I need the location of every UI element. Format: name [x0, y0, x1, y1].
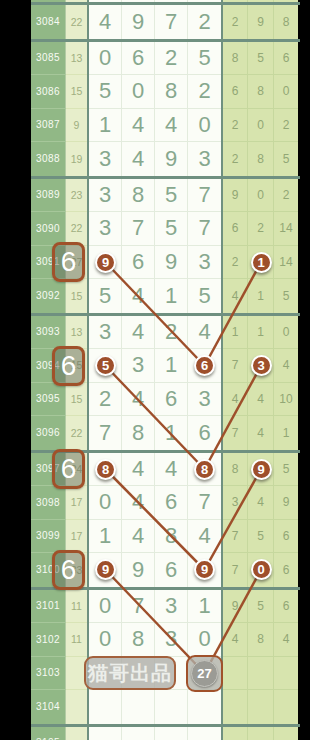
digit-cell: 3 — [155, 623, 188, 657]
stat-cell — [274, 657, 298, 691]
stat-cell: 6 — [274, 553, 298, 587]
digit-cell — [122, 657, 155, 691]
digit-cell: 7 — [122, 212, 155, 246]
digit-cell: 7 — [89, 416, 122, 450]
issue-cell: 3099 — [31, 520, 66, 554]
digit-cell: 4 — [122, 109, 155, 143]
sum-cell: 24 — [66, 453, 87, 487]
digit-cell: 4 — [122, 520, 155, 554]
sum-cell: 19 — [66, 142, 87, 176]
stat-cell: 5 — [274, 142, 298, 176]
digit-cell: 7 — [155, 5, 188, 39]
stat-cell: 1 — [274, 416, 298, 450]
digit-cell: 9 — [188, 553, 221, 587]
issue-cell: 3092 — [31, 279, 66, 313]
issue-cell: 3086 — [31, 75, 66, 109]
issue-cell: 3087 — [31, 109, 66, 143]
stat-cell: 14 — [274, 246, 298, 280]
chart-row: 3101110731956 — [31, 590, 300, 624]
digit-cell — [122, 690, 155, 724]
sum-cell: 27 — [66, 246, 87, 280]
issue-cell: 3094 — [31, 349, 66, 383]
chart-row: 3098170467349 — [31, 486, 300, 520]
stat-cell: 0 — [274, 75, 298, 109]
digit-cell: 1 — [155, 279, 188, 313]
digit-cell: 4 — [122, 279, 155, 313]
digit-cell: 4 — [89, 5, 122, 39]
digit-cell: 4 — [122, 383, 155, 417]
stat-cell: 4 — [223, 623, 248, 657]
digit-cell: 3 — [155, 590, 188, 624]
sum-cell — [66, 657, 87, 691]
digit-cell: 8 — [188, 453, 221, 487]
issue-cell: 3103 — [31, 657, 66, 691]
digit-cell: 2 — [188, 5, 221, 39]
stat-cell: 4 — [248, 416, 274, 450]
digit-cell: 0 — [188, 623, 221, 657]
digit-cell: 0 — [188, 109, 221, 143]
stat-cell: 2 — [223, 142, 248, 176]
digit-cell: 0 — [89, 42, 122, 76]
stat-cell: 5 — [274, 279, 298, 313]
stat-cell: 4 — [223, 383, 248, 417]
chart-row: 3097248448895 — [31, 453, 300, 487]
sum-cell: 17 — [66, 486, 87, 520]
chart-row: 3092155415415 — [31, 279, 300, 313]
digit-cell: 9 — [155, 142, 188, 176]
digit-cell: 0 — [89, 623, 122, 657]
stat-cell — [274, 690, 298, 724]
digit-cell — [188, 0, 221, 2]
stat-cell — [274, 0, 298, 2]
issue-cell: 3093 — [31, 316, 66, 350]
digit-cell: 4 — [122, 142, 155, 176]
sum-cell: 22 — [66, 212, 87, 246]
stat-cell: 6 — [223, 212, 248, 246]
stat-cell: 1 — [223, 316, 248, 350]
sum-cell: 13 — [66, 316, 87, 350]
digit-cell: 5 — [89, 75, 122, 109]
stat-cell — [223, 727, 248, 740]
chart-row: 30902237576214 — [31, 212, 300, 246]
sum-cell: 11 — [66, 623, 87, 657]
stat-cell — [248, 0, 274, 2]
issue-cell: 3100 — [31, 553, 66, 587]
digit-cell: 4 — [122, 453, 155, 487]
digit-cell: 6 — [188, 349, 221, 383]
digit-cell — [155, 657, 188, 691]
sum-cell: 17 — [66, 520, 87, 554]
digit-cell: 4 — [155, 453, 188, 487]
stat-cell — [248, 690, 274, 724]
stat-cell: 0 — [248, 553, 274, 587]
sum-cell: 15 — [66, 75, 87, 109]
chart-row: 3100339969706 — [31, 553, 300, 587]
digit-cell: 1 — [89, 520, 122, 554]
chart-row: 3086155082680 — [31, 75, 300, 109]
sum-cell: 22 — [66, 5, 87, 39]
sum-cell: 11 — [66, 590, 87, 624]
digit-cell — [155, 690, 188, 724]
digit-cell: 7 — [122, 590, 155, 624]
stat-cell — [248, 657, 274, 691]
digit-cell: 5 — [155, 179, 188, 213]
digit-cell: 4 — [188, 520, 221, 554]
stat-cell: 6 — [274, 520, 298, 554]
issue-cell — [31, 0, 66, 2]
digit-cell — [122, 0, 155, 2]
stat-cell: 2 — [274, 109, 298, 143]
issue-cell: 3089 — [31, 179, 66, 213]
digit-cell: 8 — [122, 416, 155, 450]
digit-cell — [188, 690, 221, 724]
chart-row: 3089233857902 — [31, 179, 300, 213]
chart-row: 3084224972298 — [31, 5, 300, 39]
digit-cell: 8 — [122, 623, 155, 657]
stat-cell: 9 — [248, 453, 274, 487]
stat-cell: 7 — [223, 553, 248, 587]
stat-cell — [223, 657, 248, 691]
digit-cell: 9 — [122, 5, 155, 39]
stat-cell: 9 — [223, 179, 248, 213]
digit-cell: 8 — [155, 520, 188, 554]
digit-cell: 5 — [89, 279, 122, 313]
sum-cell: 22 — [66, 416, 87, 450]
stat-cell: 4 — [248, 383, 274, 417]
digit-cell — [89, 727, 122, 740]
stat-cell: 5 — [274, 453, 298, 487]
stat-cell: 9 — [274, 486, 298, 520]
digit-cell: 7 — [188, 486, 221, 520]
stat-cell: 10 — [274, 383, 298, 417]
digit-cell: 7 — [188, 179, 221, 213]
digit-cell: 3 — [122, 349, 155, 383]
stat-cell: 5 — [248, 520, 274, 554]
stat-cell: 9 — [248, 5, 274, 39]
digit-cell: 4 — [122, 316, 155, 350]
partial-row — [31, 0, 300, 2]
digit-cell: 6 — [188, 416, 221, 450]
digit-cell: 5 — [89, 349, 122, 383]
digit-cell: 3 — [89, 212, 122, 246]
digit-cell: 4 — [188, 316, 221, 350]
digit-cell: 3 — [188, 142, 221, 176]
stat-cell: 2 — [248, 212, 274, 246]
digit-cell — [89, 657, 122, 691]
issue-cell: 3096 — [31, 416, 66, 450]
digit-cell: 2 — [155, 316, 188, 350]
stat-cell — [248, 727, 274, 740]
digit-cell: 1 — [188, 590, 221, 624]
issue-cell: 3101 — [31, 590, 66, 624]
chart-row: 3088193493285 — [31, 142, 300, 176]
stat-cell: 1 — [248, 279, 274, 313]
digit-cell: 9 — [155, 246, 188, 280]
stat-cell: 6 — [223, 75, 248, 109]
digit-cell: 3 — [89, 142, 122, 176]
sum-cell — [66, 727, 87, 740]
stat-cell: 8 — [248, 142, 274, 176]
digit-cell: 8 — [155, 75, 188, 109]
digit-cell: 0 — [89, 486, 122, 520]
stat-cell: 14 — [274, 212, 298, 246]
digit-cell: 9 — [122, 553, 155, 587]
stat-cell: 5 — [248, 42, 274, 76]
stat-cell: 8 — [248, 623, 274, 657]
digit-cell: 2 — [188, 75, 221, 109]
stat-cell: 7 — [223, 349, 248, 383]
sum-cell: 23 — [66, 179, 87, 213]
chart-row: 3094155316734 — [31, 349, 300, 383]
chart-row: 30951524634410 — [31, 383, 300, 417]
stat-cell: 0 — [274, 316, 298, 350]
digit-cell — [122, 727, 155, 740]
issue-cell: 3104 — [31, 690, 66, 724]
issue-cell: 3102 — [31, 623, 66, 657]
stat-cell: 3 — [223, 486, 248, 520]
stat-cell: 4 — [274, 349, 298, 383]
digit-cell: 2 — [155, 42, 188, 76]
digit-cell: 0 — [122, 75, 155, 109]
digit-cell: 3 — [89, 179, 122, 213]
digit-cell: 3 — [89, 316, 122, 350]
digit-cell: 9 — [89, 553, 122, 587]
sum-cell — [66, 0, 87, 2]
digit-cell: 1 — [155, 349, 188, 383]
digit-cell: 4 — [155, 109, 188, 143]
issue-cell: 3105 — [31, 727, 66, 740]
chart-row: 3093133424110 — [31, 316, 300, 350]
chart-row: 3099171484756 — [31, 520, 300, 554]
stat-cell: 1 — [248, 316, 274, 350]
digit-cell: 5 — [155, 212, 188, 246]
stat-cell: 4 — [274, 623, 298, 657]
digit-cell — [155, 0, 188, 2]
digit-cell: 1 — [155, 416, 188, 450]
digit-cell: 5 — [188, 279, 221, 313]
stat-cell: 8 — [274, 5, 298, 39]
stat-cell: 4 — [223, 279, 248, 313]
digit-cell: 8 — [122, 179, 155, 213]
sum-cell: 33 — [66, 553, 87, 587]
sum-cell: 15 — [66, 279, 87, 313]
issue-cell: 3088 — [31, 142, 66, 176]
stat-cell: 6 — [274, 42, 298, 76]
stat-cell — [223, 690, 248, 724]
digit-cell: 4 — [122, 486, 155, 520]
chart-row: 3105 — [31, 727, 300, 740]
digit-cell: 3 — [188, 383, 221, 417]
sum-cell: 13 — [66, 42, 87, 76]
stat-cell: 3 — [248, 349, 274, 383]
trend-chart-board: 3084224972298308513062585630861550826803… — [31, 0, 300, 740]
digit-cell: 6 — [155, 553, 188, 587]
digit-cell: 6 — [155, 486, 188, 520]
issue-cell: 3091 — [31, 246, 66, 280]
digit-cell: 0 — [89, 590, 122, 624]
stat-cell: 0 — [248, 179, 274, 213]
chart-row: 308791440202 — [31, 109, 300, 143]
stat-cell: 8 — [248, 75, 274, 109]
issue-cell: 3085 — [31, 42, 66, 76]
trend-chart: 3084224972298308513062585630861550826803… — [0, 0, 310, 740]
stat-cell: 2 — [274, 179, 298, 213]
sum-cell: 15 — [66, 383, 87, 417]
digit-cell: 9 — [89, 246, 122, 280]
stat-cell — [223, 0, 248, 2]
digit-cell — [155, 727, 188, 740]
stat-cell: 4 — [248, 486, 274, 520]
sum-cell: 9 — [66, 109, 87, 143]
stat-cell — [274, 727, 298, 740]
digit-cell: 6 — [155, 383, 188, 417]
stat-cell: 0 — [248, 109, 274, 143]
stat-cell: 6 — [274, 590, 298, 624]
digit-cell: 6 — [122, 246, 155, 280]
stat-cell: 1 — [248, 246, 274, 280]
stat-cell: 5 — [248, 590, 274, 624]
digit-cell — [89, 0, 122, 2]
digit-cell: 3 — [188, 246, 221, 280]
digit-cell — [188, 657, 221, 691]
digit-cell: 6 — [122, 42, 155, 76]
digit-cell — [188, 727, 221, 740]
chart-row: 3103 — [31, 657, 300, 691]
issue-cell: 3084 — [31, 5, 66, 39]
stat-cell: 7 — [223, 416, 248, 450]
chart-row: 3085130625856 — [31, 42, 300, 76]
stat-cell: 7 — [223, 520, 248, 554]
sum-cell: 15 — [66, 349, 87, 383]
issue-cell: 3098 — [31, 486, 66, 520]
issue-cell: 3090 — [31, 212, 66, 246]
digit-cell — [89, 690, 122, 724]
stat-cell: 2 — [223, 109, 248, 143]
stat-cell: 9 — [223, 590, 248, 624]
stat-cell: 2 — [223, 5, 248, 39]
digit-cell: 1 — [89, 109, 122, 143]
stat-cell: 8 — [223, 42, 248, 76]
chart-row: 3096227816741 — [31, 416, 300, 450]
chart-row: 3104 — [31, 690, 300, 724]
chart-row: 30912796932114 — [31, 246, 300, 280]
stat-cell: 2 — [223, 246, 248, 280]
digit-cell: 7 — [188, 212, 221, 246]
chart-row: 3102110830484 — [31, 623, 300, 657]
digit-cell: 8 — [89, 453, 122, 487]
issue-cell: 3095 — [31, 383, 66, 417]
stat-cell: 8 — [223, 453, 248, 487]
digit-cell: 5 — [188, 42, 221, 76]
sum-cell — [66, 690, 87, 724]
issue-cell: 3097 — [31, 453, 66, 487]
digit-cell: 2 — [89, 383, 122, 417]
